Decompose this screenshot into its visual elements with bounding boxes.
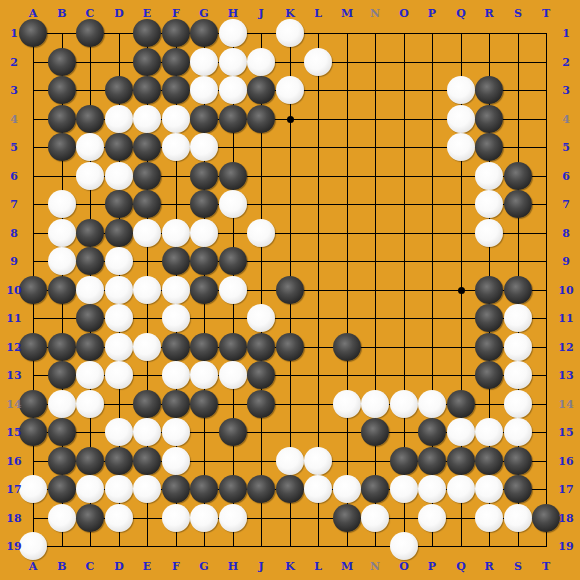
stone-white [447, 76, 475, 104]
stone-black [532, 504, 560, 532]
go-board[interactable]: AABBCCDDEEFFGGHHJJKKLLMMNNOOPPQQRRSSTT11… [0, 0, 580, 580]
star-point [458, 287, 465, 294]
stone-black [418, 447, 446, 475]
stone-white [219, 48, 247, 76]
column-label-bottom: S [514, 560, 522, 573]
row-label-left: 19 [6, 540, 21, 553]
stone-white [247, 304, 275, 332]
row-label-right: 9 [562, 255, 570, 268]
stone-black [190, 333, 218, 361]
stone-white [475, 190, 503, 218]
stone-black [390, 447, 418, 475]
stone-white [162, 447, 190, 475]
stone-black [133, 390, 161, 418]
row-label-left: 1 [10, 27, 18, 40]
stone-black [48, 105, 76, 133]
stone-black [133, 48, 161, 76]
stone-white [475, 504, 503, 532]
stone-white [333, 390, 361, 418]
stone-black [190, 190, 218, 218]
stone-white [447, 418, 475, 446]
stone-black [475, 361, 503, 389]
stone-white [219, 19, 247, 47]
column-label-top: N [370, 7, 380, 20]
stone-black [219, 247, 247, 275]
stone-white [76, 361, 104, 389]
stone-white [418, 475, 446, 503]
stone-black [190, 19, 218, 47]
stone-white [504, 304, 532, 332]
stone-black [276, 333, 304, 361]
stone-white [276, 76, 304, 104]
row-label-right: 15 [558, 426, 573, 439]
stone-black [76, 447, 104, 475]
stone-white [105, 304, 133, 332]
stone-black [76, 105, 104, 133]
row-label-left: 15 [6, 426, 21, 439]
stone-white [504, 504, 532, 532]
stone-black [247, 76, 275, 104]
stone-white [48, 247, 76, 275]
stone-white [475, 162, 503, 190]
stone-black [475, 304, 503, 332]
stone-white [105, 504, 133, 532]
stone-white [247, 48, 275, 76]
stone-white [276, 19, 304, 47]
stone-black [76, 333, 104, 361]
stone-white [190, 361, 218, 389]
column-label-top: R [484, 7, 493, 20]
stone-black [504, 475, 532, 503]
stone-black [48, 333, 76, 361]
stone-white [76, 276, 104, 304]
stone-black [105, 76, 133, 104]
stone-black [190, 247, 218, 275]
stone-black [504, 162, 532, 190]
stone-white [418, 504, 446, 532]
stone-white [219, 276, 247, 304]
column-label-top: P [428, 7, 436, 20]
stone-white [162, 219, 190, 247]
stone-black [19, 418, 47, 446]
star-point [287, 116, 294, 123]
row-label-right: 18 [558, 512, 573, 525]
column-label-top: A [29, 7, 38, 20]
stone-white [133, 333, 161, 361]
row-label-right: 13 [558, 369, 573, 382]
stone-black [475, 447, 503, 475]
stone-white [105, 361, 133, 389]
row-label-left: 5 [10, 141, 18, 154]
stone-white [105, 105, 133, 133]
stone-black [219, 418, 247, 446]
stone-white [219, 361, 247, 389]
stone-white [447, 475, 475, 503]
stone-white [475, 418, 503, 446]
row-label-left: 17 [6, 483, 21, 496]
column-label-top: T [542, 7, 550, 20]
stone-black [162, 247, 190, 275]
grid-line-horizontal [33, 546, 547, 547]
stone-black [105, 133, 133, 161]
row-label-right: 1 [562, 27, 570, 40]
row-label-right: 14 [558, 398, 573, 411]
stone-black [162, 475, 190, 503]
stone-white [162, 276, 190, 304]
column-label-top: D [114, 7, 124, 20]
row-label-left: 14 [6, 398, 21, 411]
stone-black [48, 76, 76, 104]
stone-white [219, 504, 247, 532]
stone-white [475, 219, 503, 247]
column-label-bottom: B [57, 560, 66, 573]
column-label-bottom: G [199, 560, 208, 573]
stone-black [105, 447, 133, 475]
stone-black [190, 105, 218, 133]
stone-white [105, 418, 133, 446]
column-label-bottom: P [428, 560, 436, 573]
column-label-bottom: R [484, 560, 493, 573]
grid-line-vertical [375, 33, 376, 547]
stone-white [504, 361, 532, 389]
stone-black [475, 105, 503, 133]
row-label-left: 8 [10, 227, 18, 240]
stone-black [190, 162, 218, 190]
stone-black [162, 390, 190, 418]
row-label-left: 11 [6, 312, 21, 325]
row-label-right: 6 [562, 170, 570, 183]
stone-white [504, 333, 532, 361]
row-label-left: 6 [10, 170, 18, 183]
stone-black [162, 48, 190, 76]
column-label-bottom: D [114, 560, 124, 573]
stone-black [19, 276, 47, 304]
stone-white [361, 390, 389, 418]
stone-black [76, 304, 104, 332]
stone-black [76, 247, 104, 275]
stone-black [19, 19, 47, 47]
row-label-left: 7 [10, 198, 18, 211]
stone-black [475, 133, 503, 161]
row-label-left: 9 [10, 255, 18, 268]
stone-black [190, 390, 218, 418]
column-label-bottom: O [399, 560, 409, 573]
stone-black [219, 162, 247, 190]
row-label-right: 8 [562, 227, 570, 240]
stone-black [133, 447, 161, 475]
stone-black [447, 447, 475, 475]
stone-black [48, 447, 76, 475]
stone-white [133, 105, 161, 133]
stone-white [48, 504, 76, 532]
stone-black [162, 76, 190, 104]
stone-black [219, 105, 247, 133]
stone-black [219, 333, 247, 361]
row-label-left: 3 [10, 84, 18, 97]
stone-black [276, 475, 304, 503]
row-label-right: 12 [558, 341, 573, 354]
stone-black [219, 475, 247, 503]
row-label-right: 16 [558, 455, 573, 468]
row-label-right: 11 [558, 312, 573, 325]
stone-black [276, 276, 304, 304]
stone-white [48, 390, 76, 418]
row-label-right: 19 [558, 540, 573, 553]
stone-white [190, 219, 218, 247]
row-label-left: 4 [10, 113, 18, 126]
stone-white [133, 418, 161, 446]
stone-black [76, 504, 104, 532]
stone-white [19, 475, 47, 503]
stone-white [133, 276, 161, 304]
stone-black [475, 76, 503, 104]
stone-white [133, 219, 161, 247]
grid-line-vertical [347, 33, 348, 547]
stone-white [447, 133, 475, 161]
stone-black [19, 390, 47, 418]
stone-black [133, 76, 161, 104]
stone-black [133, 133, 161, 161]
stone-black [76, 219, 104, 247]
stone-white [48, 190, 76, 218]
column-label-top: E [143, 7, 151, 20]
stone-black [105, 190, 133, 218]
stone-black [418, 418, 446, 446]
stone-white [76, 390, 104, 418]
stone-black [504, 276, 532, 304]
column-label-top: L [314, 7, 322, 20]
stone-black [247, 361, 275, 389]
stone-white [76, 475, 104, 503]
stone-white [190, 48, 218, 76]
column-label-top: M [341, 7, 353, 20]
stone-black [361, 418, 389, 446]
row-label-left: 16 [6, 455, 21, 468]
stone-white [504, 418, 532, 446]
stone-black [133, 19, 161, 47]
row-label-right: 10 [558, 284, 573, 297]
stone-white [219, 76, 247, 104]
column-label-bottom: C [86, 560, 95, 573]
column-label-bottom: Q [456, 560, 466, 573]
stone-white [418, 390, 446, 418]
stone-black [247, 105, 275, 133]
stone-white [162, 504, 190, 532]
stone-black [247, 390, 275, 418]
stone-white [447, 105, 475, 133]
stone-black [504, 447, 532, 475]
stone-black [447, 390, 475, 418]
column-label-bottom: L [314, 560, 322, 573]
column-label-top: S [514, 7, 522, 20]
column-label-top: K [285, 7, 295, 20]
stone-black [190, 276, 218, 304]
stone-black [162, 19, 190, 47]
column-label-bottom: E [143, 560, 151, 573]
stone-white [105, 333, 133, 361]
stone-black [190, 475, 218, 503]
stone-black [48, 475, 76, 503]
column-label-top: G [199, 7, 208, 20]
stone-white [219, 190, 247, 218]
grid-line-vertical [546, 33, 547, 547]
stone-white [105, 475, 133, 503]
row-label-right: 17 [558, 483, 573, 496]
stone-white [304, 48, 332, 76]
stone-white [76, 133, 104, 161]
stone-black [162, 333, 190, 361]
row-label-right: 7 [562, 198, 570, 211]
column-label-bottom: F [172, 560, 180, 573]
column-label-bottom: K [285, 560, 295, 573]
stone-black [48, 48, 76, 76]
stone-white [162, 105, 190, 133]
stone-white [162, 304, 190, 332]
column-label-bottom: T [542, 560, 550, 573]
stone-white [390, 532, 418, 560]
stone-black [475, 333, 503, 361]
column-label-top: B [57, 7, 66, 20]
stone-white [162, 361, 190, 389]
stone-black [76, 19, 104, 47]
stone-white [105, 247, 133, 275]
row-label-left: 10 [6, 284, 21, 297]
stone-black [48, 418, 76, 446]
row-label-left: 18 [6, 512, 21, 525]
column-label-top: J [258, 7, 263, 20]
stone-black [48, 133, 76, 161]
stone-white [390, 475, 418, 503]
row-label-right: 5 [562, 141, 570, 154]
row-label-right: 4 [562, 113, 570, 126]
stone-black [19, 333, 47, 361]
stone-white [390, 390, 418, 418]
stone-black [105, 219, 133, 247]
stone-black [475, 276, 503, 304]
stone-white [276, 447, 304, 475]
stone-black [333, 333, 361, 361]
stone-white [162, 418, 190, 446]
row-label-left: 13 [6, 369, 21, 382]
stone-white [333, 475, 361, 503]
stone-black [247, 475, 275, 503]
stone-white [105, 276, 133, 304]
stone-black [361, 475, 389, 503]
column-label-bottom: H [228, 560, 238, 573]
row-label-right: 2 [562, 56, 570, 69]
stone-white [361, 504, 389, 532]
column-label-bottom: A [29, 560, 38, 573]
stone-white [247, 219, 275, 247]
stone-black [333, 504, 361, 532]
column-label-top: H [228, 7, 238, 20]
stone-black [48, 361, 76, 389]
column-label-top: Q [456, 7, 466, 20]
column-label-bottom: J [258, 560, 263, 573]
stone-black [48, 276, 76, 304]
column-label-bottom: M [341, 560, 353, 573]
stone-black [504, 190, 532, 218]
row-label-left: 12 [6, 341, 21, 354]
stone-white [475, 475, 503, 503]
column-label-top: C [86, 7, 95, 20]
stone-black [247, 333, 275, 361]
stone-white [304, 447, 332, 475]
stone-black [133, 162, 161, 190]
stone-white [190, 76, 218, 104]
stone-white [105, 162, 133, 190]
stone-white [304, 475, 332, 503]
stone-white [76, 162, 104, 190]
stone-white [190, 133, 218, 161]
stone-white [504, 390, 532, 418]
stone-black [133, 190, 161, 218]
stone-white [190, 504, 218, 532]
stone-white [19, 532, 47, 560]
column-label-bottom: N [370, 560, 380, 573]
column-label-top: O [399, 7, 409, 20]
stone-white [48, 219, 76, 247]
row-label-right: 3 [562, 84, 570, 97]
stone-white [133, 475, 161, 503]
stone-white [162, 133, 190, 161]
row-label-left: 2 [10, 56, 18, 69]
column-label-top: F [172, 7, 180, 20]
